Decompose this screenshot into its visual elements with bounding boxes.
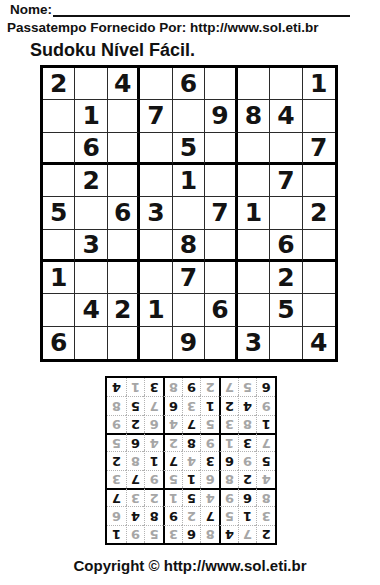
puzzle-cell: [75, 68, 107, 100]
solution-cell: 2: [144, 488, 163, 506]
puzzle-cell: [140, 230, 172, 262]
solution-cell: 7: [144, 396, 163, 414]
puzzle-cell: [303, 262, 335, 294]
puzzle-cell: 7: [173, 262, 205, 294]
solution-cell: 9: [126, 525, 145, 543]
puzzle-cell: [173, 294, 205, 326]
page-title: Sudoku Nível Fácil.: [30, 40, 195, 61]
solution-cell: 7: [182, 415, 201, 433]
puzzle-cell: [173, 100, 205, 132]
sudoku-solution-grid-rotated: 2748635913157298468694512374286159735963…: [105, 376, 277, 545]
puzzle-cell: 8: [238, 100, 270, 132]
solution-cell: 3: [144, 378, 163, 396]
solution-cell: 5: [182, 488, 201, 506]
puzzle-cell: [270, 133, 302, 165]
solution-cell: 7: [238, 525, 257, 543]
solution-cell: 2: [107, 451, 126, 469]
puzzle-cell: [238, 165, 270, 197]
solution-cell: 1: [200, 396, 219, 414]
puzzle-cell: 7: [205, 197, 237, 229]
puzzle-cell: [238, 262, 270, 294]
solution-cell: 6: [182, 525, 201, 543]
puzzle-cell: [140, 165, 172, 197]
puzzle-cell: 4: [108, 68, 140, 100]
puzzle-cell: [303, 165, 335, 197]
puzzle-cell: 5: [43, 197, 75, 229]
puzzle-cell: 7: [303, 133, 335, 165]
solution-cell: 6: [219, 451, 238, 469]
puzzle-cell: [270, 327, 302, 359]
puzzle-cell: 1: [238, 197, 270, 229]
solution-cell: 3: [107, 470, 126, 488]
puzzle-cell: 6: [173, 68, 205, 100]
solution-cell: 2: [182, 506, 201, 524]
puzzle-cell: 2: [43, 68, 75, 100]
solution-cell: 2: [163, 433, 182, 451]
puzzle-cell: [108, 100, 140, 132]
puzzle-cell: [108, 165, 140, 197]
puzzle-cell: [43, 100, 75, 132]
puzzle-cell: 4: [75, 294, 107, 326]
solution-cell: 6: [107, 506, 126, 524]
solution-cell: 7: [126, 470, 145, 488]
puzzle-cell: [238, 230, 270, 262]
puzzle-cell: [43, 133, 75, 165]
puzzle-cell: [140, 133, 172, 165]
puzzle-cell: [75, 197, 107, 229]
puzzle-cell: [238, 133, 270, 165]
solution-cell: 9: [163, 506, 182, 524]
solution-cell: 5: [163, 470, 182, 488]
solution-cell: 9: [219, 488, 238, 506]
puzzle-cell: [238, 68, 270, 100]
puzzle-cell: 5: [270, 294, 302, 326]
solution-cell: 6: [163, 396, 182, 414]
solution-cell: 4: [163, 415, 182, 433]
puzzle-cell: 3: [238, 327, 270, 359]
puzzle-cell: 6: [205, 294, 237, 326]
puzzle-cell: [140, 327, 172, 359]
solution-cell: 9: [182, 378, 201, 396]
puzzle-cell: 7: [270, 165, 302, 197]
solution-cell: 6: [200, 470, 219, 488]
puzzle-cell: 2: [108, 294, 140, 326]
puzzle-cell: 1: [43, 262, 75, 294]
solution-cell: 7: [256, 433, 275, 451]
provided-by-text: Passatempo Fornecido Por: http://www.sol…: [7, 20, 319, 35]
solution-cell: 3: [126, 488, 145, 506]
solution-cell: 1: [238, 506, 257, 524]
solution-cell: 9: [144, 470, 163, 488]
solution-cell: 3: [182, 396, 201, 414]
name-fill-line: [53, 2, 350, 17]
solution-cell: 4: [200, 488, 219, 506]
puzzle-cell: 9: [173, 327, 205, 359]
solution-cell: 1: [219, 433, 238, 451]
puzzle-cell: [205, 68, 237, 100]
puzzle-cell: [205, 133, 237, 165]
puzzle-cell: [43, 230, 75, 262]
solution-cell: 9: [256, 396, 275, 414]
puzzle-cell: [108, 327, 140, 359]
puzzle-cell: [43, 165, 75, 197]
solution-cell: 3: [163, 525, 182, 543]
solution-cell: 1: [107, 525, 126, 543]
solution-cell: 2: [200, 378, 219, 396]
puzzle-cell: [75, 327, 107, 359]
solution-cell: 6: [144, 415, 163, 433]
puzzle-cell: 5: [173, 133, 205, 165]
puzzle-cell: [205, 230, 237, 262]
puzzle-cell: 1: [173, 165, 205, 197]
name-row: Nome:: [10, 2, 350, 17]
solution-cell: 1: [163, 488, 182, 506]
puzzle-cell: 6: [270, 230, 302, 262]
solution-cell: 5: [256, 451, 275, 469]
solution-cell: 2: [219, 396, 238, 414]
puzzle-cell: [205, 262, 237, 294]
puzzle-cell: 4: [303, 327, 335, 359]
puzzle-cell: [173, 197, 205, 229]
puzzle-cell: 8: [173, 230, 205, 262]
solution-cell: 5: [144, 525, 163, 543]
puzzle-cell: 3: [140, 197, 172, 229]
solution-cell: 6: [126, 433, 145, 451]
puzzle-cell: 1: [75, 100, 107, 132]
solution-cell: 3: [256, 506, 275, 524]
puzzle-cell: [108, 230, 140, 262]
solution-cell: 3: [238, 433, 257, 451]
puzzle-cell: [140, 262, 172, 294]
solution-cell: 6: [256, 378, 275, 396]
puzzle-cell: 6: [108, 197, 140, 229]
puzzle-cell: [205, 327, 237, 359]
solution-cell: 8: [219, 470, 238, 488]
puzzle-cell: 4: [270, 100, 302, 132]
puzzle-cell: [270, 68, 302, 100]
solution-cell: 8: [107, 396, 126, 414]
solution-cell: 8: [144, 506, 163, 524]
puzzle-cell: 7: [140, 100, 172, 132]
puzzle-cell: 9: [205, 100, 237, 132]
solution-cell: 4: [144, 433, 163, 451]
solution-cell: 8: [256, 488, 275, 506]
solution-cell: 5: [200, 415, 219, 433]
puzzle-cell: 6: [43, 327, 75, 359]
puzzle-cell: [270, 197, 302, 229]
puzzle-cell: [75, 262, 107, 294]
puzzle-cell: [303, 294, 335, 326]
solution-cell: 4: [107, 378, 126, 396]
solution-cell: 5: [126, 396, 145, 414]
puzzle-cell: 3: [75, 230, 107, 262]
puzzle-cell: 1: [303, 68, 335, 100]
solution-cell: 7: [219, 378, 238, 396]
puzzle-cell: [43, 294, 75, 326]
solution-cell: 4: [182, 451, 201, 469]
sudoku-page: Nome: Passatempo Fornecido Por: http://w…: [0, 0, 380, 585]
sudoku-puzzle-grid: 246117984657217563712386172421656934: [40, 65, 338, 362]
puzzle-cell: [108, 133, 140, 165]
puzzle-cell: [303, 100, 335, 132]
puzzle-cell: [238, 294, 270, 326]
solution-cell: 1: [182, 470, 201, 488]
puzzle-cell: [205, 165, 237, 197]
solution-cell: 7: [200, 506, 219, 524]
solution-cell: 8: [126, 451, 145, 469]
solution-cell: 3: [200, 451, 219, 469]
puzzle-cell: 2: [75, 165, 107, 197]
puzzle-cell: 6: [75, 133, 107, 165]
puzzle-cell: 2: [303, 197, 335, 229]
solution-cell: 2: [238, 470, 257, 488]
solution-cell: 3: [219, 415, 238, 433]
solution-cell: 1: [126, 378, 145, 396]
copyright-text: Copyright © http://www.sol.eti.br: [0, 557, 380, 574]
solution-cell: 8: [163, 378, 182, 396]
solution-cell: 4: [126, 506, 145, 524]
puzzle-cell: [108, 262, 140, 294]
solution-cell: 4: [256, 470, 275, 488]
solution-cell: 1: [256, 415, 275, 433]
solution-cell: 5: [238, 378, 257, 396]
solution-cell: 7: [107, 488, 126, 506]
solution-cell: 5: [107, 433, 126, 451]
name-label: Nome:: [10, 2, 52, 17]
solution-cell: 9: [107, 415, 126, 433]
solution-cell: 4: [219, 525, 238, 543]
puzzle-cell: [303, 230, 335, 262]
solution-cell: 2: [126, 415, 145, 433]
puzzle-cell: 1: [140, 294, 172, 326]
puzzle-cell: 2: [270, 262, 302, 294]
solution-cell: 9: [238, 451, 257, 469]
puzzle-cell: [140, 68, 172, 100]
solution-cell: 1: [144, 451, 163, 469]
solution-cell: 8: [182, 433, 201, 451]
solution-cell: 6: [238, 488, 257, 506]
solution-cell: 8: [238, 415, 257, 433]
solution-cell: 8: [200, 525, 219, 543]
solution-cell: 9: [200, 433, 219, 451]
solution-cell: 7: [163, 451, 182, 469]
solution-cell: 4: [238, 396, 257, 414]
solution-cell: 2: [256, 525, 275, 543]
solution-cell: 5: [219, 506, 238, 524]
